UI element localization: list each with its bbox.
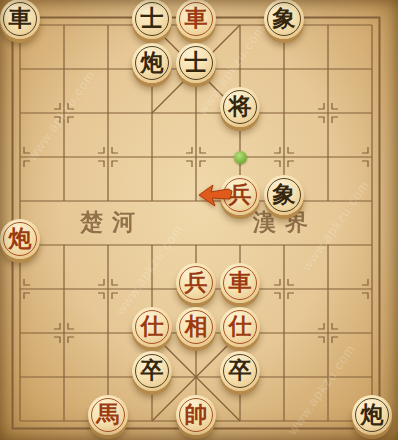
piece-ring: [223, 178, 257, 212]
piece-glyph: 仕: [141, 315, 164, 338]
piece-glyph: 車: [9, 7, 32, 30]
piece-ring: [223, 354, 257, 388]
piece-red-chariot[interactable]: 車: [176, 0, 216, 39]
piece-glyph: 士: [141, 7, 164, 30]
piece-black-advisor[interactable]: 士: [132, 0, 172, 39]
piece-red-horse[interactable]: 馬: [88, 395, 128, 435]
piece-ring: [267, 178, 301, 212]
piece-black-general[interactable]: 将: [220, 87, 260, 127]
piece-red-soldier[interactable]: 兵: [220, 175, 260, 215]
piece-ring: [135, 354, 169, 388]
piece-glyph: 相: [185, 315, 208, 338]
piece-ring: [3, 222, 37, 256]
piece-glyph: 卒: [229, 359, 252, 382]
piece-black-soldier[interactable]: 卒: [220, 351, 260, 391]
piece-ring: [135, 46, 169, 80]
piece-red-chariot[interactable]: 車: [220, 263, 260, 303]
piece-glyph: 車: [229, 271, 252, 294]
piece-glyph: 士: [185, 51, 208, 74]
piece-black-elephant[interactable]: 象: [264, 0, 304, 39]
piece-ring: [223, 266, 257, 300]
piece-glyph: 象: [273, 183, 296, 206]
piece-ring: [223, 90, 257, 124]
piece-glyph: 馬: [97, 403, 120, 426]
piece-glyph: 象: [273, 7, 296, 30]
piece-black-chariot[interactable]: 車: [0, 0, 40, 39]
piece-black-cannon[interactable]: 炮: [352, 395, 392, 435]
piece-glyph: 帥: [185, 403, 208, 426]
piece-ring: [135, 2, 169, 36]
piece-ring: [91, 398, 125, 432]
piece-ring: [223, 310, 257, 344]
piece-ring: [179, 398, 213, 432]
piece-ring: [3, 2, 37, 36]
piece-glyph: 仕: [229, 315, 252, 338]
piece-glyph: 炮: [141, 51, 164, 74]
piece-glyph: 兵: [185, 271, 208, 294]
piece-red-elephant[interactable]: 相: [176, 307, 216, 347]
piece-red-soldier[interactable]: 兵: [176, 263, 216, 303]
xiangqi-board[interactable]: 楚河 漢界 www.apkzu.com www.apkzu.com www.ap…: [0, 0, 398, 440]
piece-ring: [179, 46, 213, 80]
piece-red-advisor[interactable]: 仕: [220, 307, 260, 347]
piece-glyph: 車: [185, 7, 208, 30]
piece-glyph: 炮: [9, 227, 32, 250]
piece-glyph: 炮: [361, 403, 384, 426]
piece-red-general[interactable]: 帥: [176, 395, 216, 435]
piece-ring: [135, 310, 169, 344]
piece-black-cannon[interactable]: 炮: [132, 43, 172, 83]
piece-red-advisor[interactable]: 仕: [132, 307, 172, 347]
piece-glyph: 将: [229, 95, 252, 118]
piece-glyph: 卒: [141, 359, 164, 382]
river-label-left: 楚河: [80, 207, 144, 238]
piece-glyph: 兵: [229, 183, 252, 206]
piece-black-soldier[interactable]: 卒: [132, 351, 172, 391]
piece-ring: [267, 2, 301, 36]
piece-ring: [179, 2, 213, 36]
piece-black-elephant[interactable]: 象: [264, 175, 304, 215]
piece-ring: [179, 310, 213, 344]
piece-ring: [355, 398, 389, 432]
piece-ring: [179, 266, 213, 300]
piece-black-advisor[interactable]: 士: [176, 43, 216, 83]
hint-move-dot[interactable]: [234, 151, 247, 164]
piece-red-cannon[interactable]: 炮: [0, 219, 40, 259]
